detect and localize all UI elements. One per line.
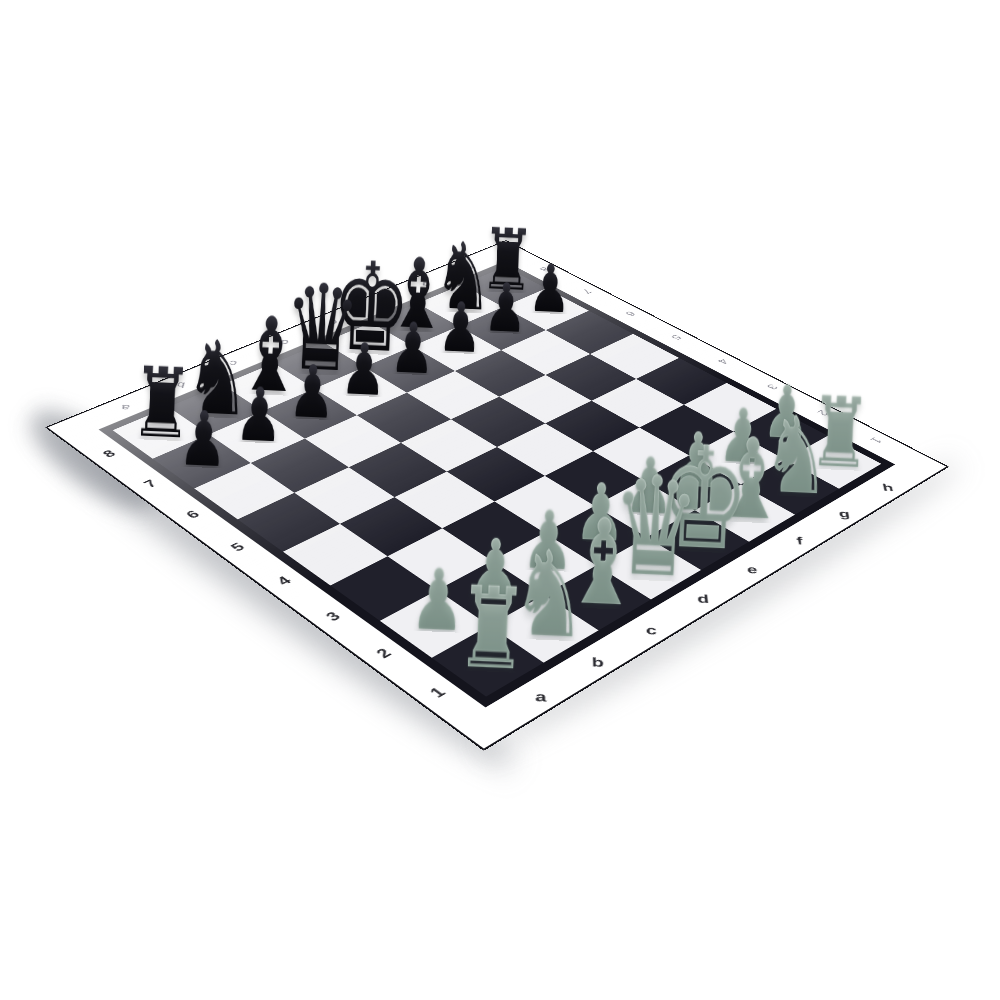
pieces-layer: ♜♞♝♛♚♝♞♜♟♟♟♟♟♟♟♟♟♟♟♟♟♟♟♟♜♞♝♛♚♝♞♜ (48, 241, 947, 748)
piece-black-pawn-f7[interactable]: ♟ (434, 292, 486, 363)
white-rook-glyph: ♜ (450, 571, 535, 686)
black-pawn-glyph: ♟ (386, 312, 439, 384)
black-pawn-glyph: ♟ (480, 273, 531, 342)
piece-black-pawn-g7[interactable]: ♟ (480, 273, 531, 342)
piece-white-rook-a1[interactable]: ♜ (450, 571, 535, 686)
piece-black-pawn-a7[interactable]: ♟ (175, 400, 233, 478)
black-pawn-glyph: ♟ (175, 400, 233, 478)
chess-board: 1122334455667788aabbccddeeffgghh ♜♞♝♛♚♝♞… (45, 240, 949, 751)
black-pawn-glyph: ♟ (434, 292, 486, 363)
piece-black-pawn-e7[interactable]: ♟ (386, 312, 439, 384)
